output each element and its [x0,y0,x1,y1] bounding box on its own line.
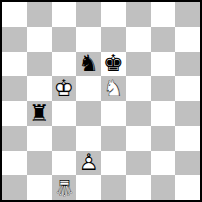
square-g2[interactable] [151,151,176,176]
square-b7[interactable] [27,27,52,52]
square-e6[interactable]: ♚ [101,52,126,77]
square-d2[interactable]: ♟♙ [76,151,101,176]
square-a5[interactable] [2,76,27,101]
square-f1[interactable] [126,175,151,200]
square-c2[interactable] [52,151,77,176]
square-c1[interactable]: ♛♕ [52,175,77,200]
square-e2[interactable] [101,151,126,176]
square-h5[interactable] [175,76,200,101]
square-d7[interactable] [76,27,101,52]
square-h1[interactable] [175,175,200,200]
square-g4[interactable] [151,101,176,126]
square-g8[interactable] [151,2,176,27]
black-king-glyph: ♚ [101,52,126,77]
square-b8[interactable] [27,2,52,27]
black-rook[interactable]: ♜ [27,101,52,126]
white-king-glyph: ♔ [52,76,77,101]
square-e8[interactable] [101,2,126,27]
square-a1[interactable] [2,175,27,200]
white-pawn-glyph: ♙ [76,151,101,176]
square-f4[interactable] [126,101,151,126]
square-e5[interactable]: ♞♘ [101,76,126,101]
square-f8[interactable] [126,2,151,27]
square-a3[interactable] [2,126,27,151]
square-d5[interactable] [76,76,101,101]
square-e3[interactable] [101,126,126,151]
square-a4[interactable] [2,101,27,126]
square-b4[interactable]: ♜ [27,101,52,126]
square-f5[interactable] [126,76,151,101]
square-e1[interactable] [101,175,126,200]
square-f3[interactable] [126,126,151,151]
square-a7[interactable] [2,27,27,52]
square-c8[interactable] [52,2,77,27]
black-knight-glyph: ♞ [76,52,101,77]
square-h3[interactable] [175,126,200,151]
square-e4[interactable] [101,101,126,126]
square-c6[interactable] [52,52,77,77]
square-g3[interactable] [151,126,176,151]
square-g6[interactable] [151,52,176,77]
white-knight[interactable]: ♞♘ [101,76,126,101]
chess-diagram: ♞♚♚♔♞♘♜♟♙♛♕ [0,0,202,202]
square-f6[interactable] [126,52,151,77]
square-d8[interactable] [76,2,101,27]
square-b5[interactable] [27,76,52,101]
square-e7[interactable] [101,27,126,52]
black-rook-glyph: ♜ [27,101,52,126]
square-b1[interactable] [27,175,52,200]
square-h2[interactable] [175,151,200,176]
square-a8[interactable] [2,2,27,27]
chess-board: ♞♚♚♔♞♘♜♟♙♛♕ [2,2,200,200]
black-king[interactable]: ♚ [101,52,126,77]
square-b2[interactable] [27,151,52,176]
square-h4[interactable] [175,101,200,126]
white-grasshopper-inverted-queen-glyph: ♕ [52,175,77,200]
square-b3[interactable] [27,126,52,151]
square-g5[interactable] [151,76,176,101]
square-f7[interactable] [126,27,151,52]
square-f2[interactable] [126,151,151,176]
square-a2[interactable] [2,151,27,176]
square-c7[interactable] [52,27,77,52]
black-knight[interactable]: ♞ [76,52,101,77]
white-knight-glyph: ♘ [101,76,126,101]
square-d3[interactable] [76,126,101,151]
square-b6[interactable] [27,52,52,77]
square-h6[interactable] [175,52,200,77]
square-g7[interactable] [151,27,176,52]
square-d4[interactable] [76,101,101,126]
white-pawn[interactable]: ♟♙ [76,151,101,176]
white-grasshopper-inverted-queen[interactable]: ♛♕ [52,175,77,200]
square-g1[interactable] [151,175,176,200]
square-c3[interactable] [52,126,77,151]
square-c4[interactable] [52,101,77,126]
square-h7[interactable] [175,27,200,52]
square-a6[interactable] [2,52,27,77]
square-c5[interactable]: ♚♔ [52,76,77,101]
square-d6[interactable]: ♞ [76,52,101,77]
square-d1[interactable] [76,175,101,200]
square-h8[interactable] [175,2,200,27]
white-king[interactable]: ♚♔ [52,76,77,101]
